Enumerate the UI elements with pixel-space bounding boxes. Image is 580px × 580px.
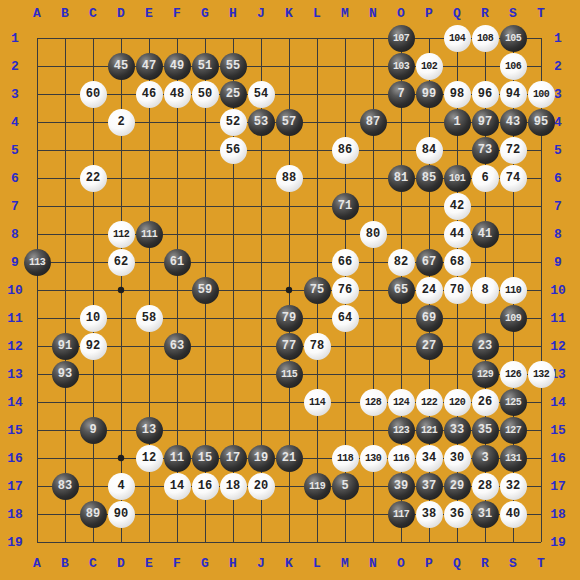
col-label-top-t: T [537, 7, 545, 20]
stone-r12-black-23[interactable]: 23 [472, 333, 499, 360]
stone-o2-black-103[interactable]: 103 [388, 53, 415, 80]
stone-t13-white-132[interactable]: 132 [528, 361, 555, 388]
row-label-left-12: 12 [7, 340, 23, 353]
stone-p5-white-84[interactable]: 84 [416, 137, 443, 164]
stone-q18-white-36[interactable]: 36 [444, 501, 471, 528]
stone-b12-black-91[interactable]: 91 [52, 333, 79, 360]
stone-k12-black-77[interactable]: 77 [276, 333, 303, 360]
stone-p12-black-27[interactable]: 27 [416, 333, 443, 360]
stone-s16-black-131[interactable]: 131 [500, 445, 527, 472]
stone-r4-black-97[interactable]: 97 [472, 109, 499, 136]
stone-o10-black-65[interactable]: 65 [388, 277, 415, 304]
col-label-bottom-q: Q [453, 557, 461, 570]
stone-p18-white-38[interactable]: 38 [416, 501, 443, 528]
stone-m5-white-86[interactable]: 86 [332, 137, 359, 164]
stone-c3-white-60[interactable]: 60 [80, 81, 107, 108]
col-label-bottom-l: L [313, 557, 321, 570]
col-label-top-k: K [285, 7, 293, 20]
stone-q4-black-1[interactable]: 1 [444, 109, 471, 136]
stone-s11-black-109[interactable]: 109 [500, 305, 527, 332]
stone-j4-black-53[interactable]: 53 [248, 109, 275, 136]
col-label-bottom-s: S [509, 557, 517, 570]
stone-h5-white-56[interactable]: 56 [220, 137, 247, 164]
row-label-right-4: 4 [554, 116, 562, 129]
stone-q16-white-30[interactable]: 30 [444, 445, 471, 472]
col-label-top-a: A [33, 7, 41, 20]
stone-p10-white-24[interactable]: 24 [416, 277, 443, 304]
col-label-bottom-c: C [89, 557, 97, 570]
stone-q17-black-29[interactable]: 29 [444, 473, 471, 500]
stone-o1-black-107[interactable]: 107 [388, 25, 415, 52]
col-label-bottom-d: D [117, 557, 125, 570]
stone-e8-black-111[interactable]: 111 [136, 221, 163, 248]
stone-l17-black-119[interactable]: 119 [304, 473, 331, 500]
stone-p2-white-102[interactable]: 102 [416, 53, 443, 80]
stone-o18-black-117[interactable]: 117 [388, 501, 415, 528]
row-label-left-19: 19 [7, 536, 23, 549]
stone-s1-black-105[interactable]: 105 [500, 25, 527, 52]
stone-q14-white-120[interactable]: 120 [444, 389, 471, 416]
stone-j3-white-54[interactable]: 54 [248, 81, 275, 108]
stone-o17-black-39[interactable]: 39 [388, 473, 415, 500]
col-label-bottom-j: J [257, 557, 265, 570]
stone-j17-white-20[interactable]: 20 [248, 473, 275, 500]
stone-m9-white-66[interactable]: 66 [332, 249, 359, 276]
stone-d18-white-90[interactable]: 90 [108, 501, 135, 528]
row-label-right-18: 18 [550, 508, 566, 521]
stone-c11-white-10[interactable]: 10 [80, 305, 107, 332]
stone-r5-black-73[interactable]: 73 [472, 137, 499, 164]
stone-n4-black-87[interactable]: 87 [360, 109, 387, 136]
stone-t4-black-95[interactable]: 95 [528, 109, 555, 136]
stone-q7-white-42[interactable]: 42 [444, 193, 471, 220]
col-label-bottom-n: N [369, 557, 377, 570]
stone-f12-black-63[interactable]: 63 [164, 333, 191, 360]
stone-c18-black-89[interactable]: 89 [80, 501, 107, 528]
col-label-top-q: Q [453, 7, 461, 20]
stone-c12-white-92[interactable]: 92 [80, 333, 107, 360]
stone-o3-black-7[interactable]: 7 [388, 81, 415, 108]
stone-c6-white-22[interactable]: 22 [80, 165, 107, 192]
stone-h17-white-18[interactable]: 18 [220, 473, 247, 500]
row-label-left-4: 4 [11, 116, 19, 129]
row-label-left-10: 10 [7, 284, 23, 297]
row-label-right-3: 3 [554, 88, 562, 101]
row-label-left-18: 18 [7, 508, 23, 521]
stone-s14-black-125[interactable]: 125 [500, 389, 527, 416]
stone-f16-black-11[interactable]: 11 [164, 445, 191, 472]
col-label-top-l: L [313, 7, 321, 20]
stone-p9-black-67[interactable]: 67 [416, 249, 443, 276]
stone-s2-white-106[interactable]: 106 [500, 53, 527, 80]
star-point-d10 [118, 287, 124, 293]
star-point-d16 [118, 455, 124, 461]
row-label-right-5: 5 [554, 144, 562, 157]
stone-o15-black-123[interactable]: 123 [388, 417, 415, 444]
row-label-right-16: 16 [550, 452, 566, 465]
row-label-left-9: 9 [11, 256, 19, 269]
col-label-top-j: J [257, 7, 265, 20]
row-label-right-8: 8 [554, 228, 562, 241]
stone-k4-black-57[interactable]: 57 [276, 109, 303, 136]
stone-c15-black-9[interactable]: 9 [80, 417, 107, 444]
row-label-right-7: 7 [554, 200, 562, 213]
stone-r14-white-26[interactable]: 26 [472, 389, 499, 416]
col-label-top-b: B [61, 7, 69, 20]
stone-p16-white-34[interactable]: 34 [416, 445, 443, 472]
stone-e11-white-58[interactable]: 58 [136, 305, 163, 332]
go-board[interactable]: AABBCCDDEEFFGGHHJJKKLLMMNNOOPPQQRRSSTT11… [0, 0, 580, 580]
col-label-top-r: R [481, 7, 489, 20]
stone-r1-white-108[interactable]: 108 [472, 25, 499, 52]
stone-p3-black-99[interactable]: 99 [416, 81, 443, 108]
col-label-bottom-p: P [425, 557, 433, 570]
stone-m17-black-5[interactable]: 5 [332, 473, 359, 500]
row-label-left-13: 13 [7, 368, 23, 381]
stone-j16-black-19[interactable]: 19 [248, 445, 275, 472]
stone-f3-white-48[interactable]: 48 [164, 81, 191, 108]
stone-e2-black-47[interactable]: 47 [136, 53, 163, 80]
stone-m7-black-71[interactable]: 71 [332, 193, 359, 220]
stone-h4-white-52[interactable]: 52 [220, 109, 247, 136]
stone-p6-black-85[interactable]: 85 [416, 165, 443, 192]
stone-d2-black-45[interactable]: 45 [108, 53, 135, 80]
row-label-right-1: 1 [554, 32, 562, 45]
row-label-left-5: 5 [11, 144, 19, 157]
stone-g3-white-50[interactable]: 50 [192, 81, 219, 108]
stone-e15-black-13[interactable]: 13 [136, 417, 163, 444]
row-label-right-19: 19 [550, 536, 566, 549]
col-label-top-n: N [369, 7, 377, 20]
stone-g17-white-16[interactable]: 16 [192, 473, 219, 500]
col-label-top-g: G [201, 7, 209, 20]
col-label-bottom-b: B [61, 557, 69, 570]
stone-r18-black-31[interactable]: 31 [472, 501, 499, 528]
stone-n8-white-80[interactable]: 80 [360, 221, 387, 248]
col-label-top-m: M [341, 7, 349, 20]
stone-r10-white-8[interactable]: 8 [472, 277, 499, 304]
col-label-bottom-r: R [481, 557, 489, 570]
stone-q1-white-104[interactable]: 104 [444, 25, 471, 52]
stone-r3-white-96[interactable]: 96 [472, 81, 499, 108]
stone-o6-black-81[interactable]: 81 [388, 165, 415, 192]
stone-d4-white-2[interactable]: 2 [108, 109, 135, 136]
col-label-top-o: O [397, 7, 405, 20]
stone-g16-black-15[interactable]: 15 [192, 445, 219, 472]
col-label-bottom-f: F [173, 557, 181, 570]
stone-m16-white-118[interactable]: 118 [332, 445, 359, 472]
stone-o9-white-82[interactable]: 82 [388, 249, 415, 276]
row-label-right-12: 12 [550, 340, 566, 353]
stone-q10-white-70[interactable]: 70 [444, 277, 471, 304]
stone-q3-white-98[interactable]: 98 [444, 81, 471, 108]
stone-l12-white-78[interactable]: 78 [304, 333, 331, 360]
star-point-k10 [286, 287, 292, 293]
stone-b17-black-83[interactable]: 83 [52, 473, 79, 500]
row-label-right-10: 10 [550, 284, 566, 297]
row-label-left-1: 1 [11, 32, 19, 45]
row-label-left-6: 6 [11, 172, 19, 185]
col-label-bottom-e: E [145, 557, 153, 570]
row-label-left-14: 14 [7, 396, 23, 409]
col-label-bottom-t: T [537, 557, 545, 570]
stone-k6-white-88[interactable]: 88 [276, 165, 303, 192]
col-label-top-p: P [425, 7, 433, 20]
stone-e16-white-12[interactable]: 12 [136, 445, 163, 472]
stone-m11-white-64[interactable]: 64 [332, 305, 359, 332]
row-label-right-9: 9 [554, 256, 562, 269]
stone-p15-black-121[interactable]: 121 [416, 417, 443, 444]
stone-q15-black-33[interactable]: 33 [444, 417, 471, 444]
stone-p11-black-69[interactable]: 69 [416, 305, 443, 332]
stone-m10-white-76[interactable]: 76 [332, 277, 359, 304]
stone-s17-white-32[interactable]: 32 [500, 473, 527, 500]
stone-r17-white-28[interactable]: 28 [472, 473, 499, 500]
stone-d8-white-112[interactable]: 112 [108, 221, 135, 248]
stone-p17-black-37[interactable]: 37 [416, 473, 443, 500]
stone-s18-white-40[interactable]: 40 [500, 501, 527, 528]
stone-k16-black-21[interactable]: 21 [276, 445, 303, 472]
row-label-left-8: 8 [11, 228, 19, 241]
row-label-right-17: 17 [550, 480, 566, 493]
stone-q9-white-68[interactable]: 68 [444, 249, 471, 276]
stone-t3-white-100[interactable]: 100 [528, 81, 555, 108]
stone-k11-black-79[interactable]: 79 [276, 305, 303, 332]
stone-e3-white-46[interactable]: 46 [136, 81, 163, 108]
row-label-left-3: 3 [11, 88, 19, 101]
stone-b13-black-93[interactable]: 93 [52, 361, 79, 388]
stone-f2-black-49[interactable]: 49 [164, 53, 191, 80]
col-label-bottom-h: H [229, 557, 237, 570]
row-label-left-15: 15 [7, 424, 23, 437]
stone-n16-white-130[interactable]: 130 [360, 445, 387, 472]
row-label-left-16: 16 [7, 452, 23, 465]
col-label-top-e: E [145, 7, 153, 20]
stone-g10-black-59[interactable]: 59 [192, 277, 219, 304]
stone-r8-black-41[interactable]: 41 [472, 221, 499, 248]
stone-s13-white-126[interactable]: 126 [500, 361, 527, 388]
col-label-bottom-a: A [33, 557, 41, 570]
stone-s15-black-127[interactable]: 127 [500, 417, 527, 444]
stone-s10-white-110[interactable]: 110 [500, 277, 527, 304]
stone-f9-black-61[interactable]: 61 [164, 249, 191, 276]
stone-h2-black-55[interactable]: 55 [220, 53, 247, 80]
stone-g2-black-51[interactable]: 51 [192, 53, 219, 80]
stone-o14-white-124[interactable]: 124 [388, 389, 415, 416]
stone-r15-black-35[interactable]: 35 [472, 417, 499, 444]
row-label-left-7: 7 [11, 200, 19, 213]
stone-l10-black-75[interactable]: 75 [304, 277, 331, 304]
row-label-left-2: 2 [11, 60, 19, 73]
stone-a9-black-113[interactable]: 113 [24, 249, 51, 276]
col-label-top-h: H [229, 7, 237, 20]
col-label-top-s: S [509, 7, 517, 20]
col-label-bottom-m: M [341, 557, 349, 570]
stone-s3-white-94[interactable]: 94 [500, 81, 527, 108]
stone-r13-black-129[interactable]: 129 [472, 361, 499, 388]
stone-q8-white-44[interactable]: 44 [444, 221, 471, 248]
stone-d9-white-62[interactable]: 62 [108, 249, 135, 276]
stone-n14-white-128[interactable]: 128 [360, 389, 387, 416]
stone-o16-white-116[interactable]: 116 [388, 445, 415, 472]
stone-q6-black-101[interactable]: 101 [444, 165, 471, 192]
row-label-right-11: 11 [550, 312, 566, 325]
row-label-left-17: 17 [7, 480, 23, 493]
row-label-right-6: 6 [554, 172, 562, 185]
stone-h16-black-17[interactable]: 17 [220, 445, 247, 472]
row-label-left-11: 11 [7, 312, 23, 325]
row-label-right-2: 2 [554, 60, 562, 73]
stone-s6-white-74[interactable]: 74 [500, 165, 527, 192]
col-label-bottom-o: O [397, 557, 405, 570]
col-label-top-f: F [173, 7, 181, 20]
stone-r16-black-3[interactable]: 3 [472, 445, 499, 472]
stone-s4-black-43[interactable]: 43 [500, 109, 527, 136]
stone-f17-white-14[interactable]: 14 [164, 473, 191, 500]
col-label-top-c: C [89, 7, 97, 20]
stone-s5-white-72[interactable]: 72 [500, 137, 527, 164]
stone-k13-black-115[interactable]: 115 [276, 361, 303, 388]
row-label-right-15: 15 [550, 424, 566, 437]
col-label-top-d: D [117, 7, 125, 20]
col-label-bottom-g: G [201, 557, 209, 570]
stone-d17-white-4[interactable]: 4 [108, 473, 135, 500]
stone-h3-black-25[interactable]: 25 [220, 81, 247, 108]
col-label-bottom-k: K [285, 557, 293, 570]
stone-r6-white-6[interactable]: 6 [472, 165, 499, 192]
row-label-right-14: 14 [550, 396, 566, 409]
stone-l14-white-114[interactable]: 114 [304, 389, 331, 416]
stone-p14-white-122[interactable]: 122 [416, 389, 443, 416]
